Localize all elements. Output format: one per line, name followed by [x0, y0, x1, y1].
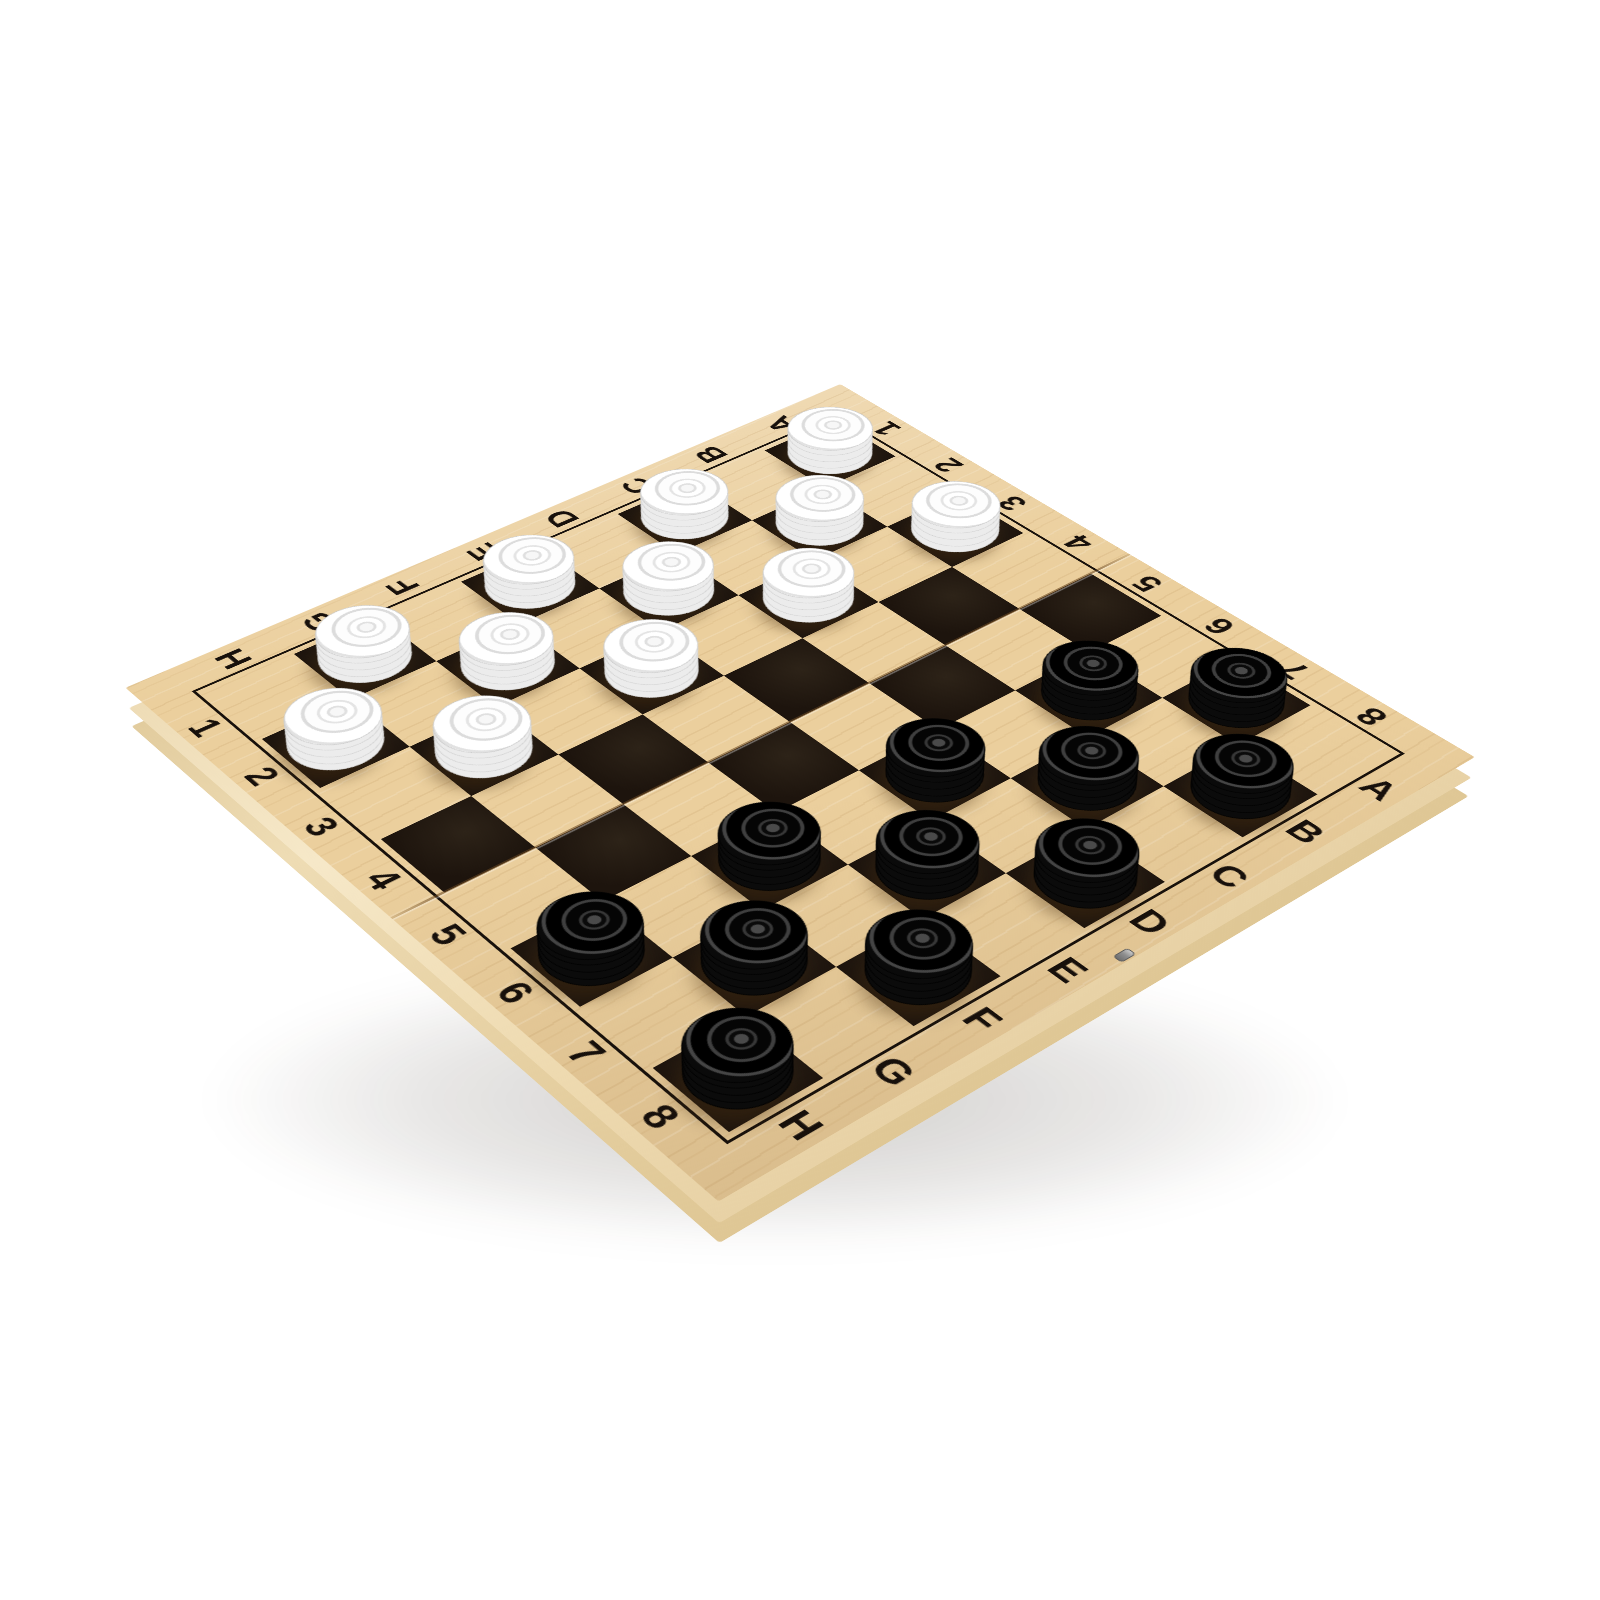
checker-black-man[interactable]: [1015, 652, 1162, 737]
checker-black-man[interactable]: [848, 821, 1006, 920]
checker-black-man[interactable]: [1011, 737, 1164, 829]
product-photo-canvas: 12345678 12345678 ABCDEFGH ABCDEFGH: [0, 0, 1600, 1600]
checker-white-man[interactable]: [738, 560, 878, 638]
checker-black-man[interactable]: [673, 910, 836, 1016]
checker-white-man[interactable]: [461, 547, 599, 624]
checker-black-man[interactable]: [691, 812, 848, 910]
checker-top-face: [659, 993, 817, 1099]
